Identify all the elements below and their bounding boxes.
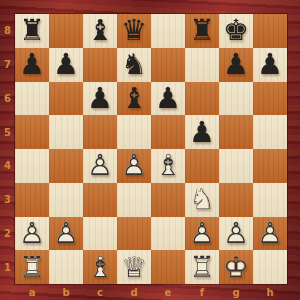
white-piece-outline: ♖ bbox=[15, 250, 49, 284]
square-b4[interactable] bbox=[49, 149, 83, 183]
square-b5[interactable] bbox=[49, 115, 83, 149]
piece-black-R-f8[interactable]: ♜ bbox=[185, 14, 219, 48]
square-h1[interactable] bbox=[253, 250, 287, 284]
square-a6[interactable] bbox=[15, 82, 49, 116]
white-piece-outline: ♙ bbox=[253, 217, 287, 251]
white-piece-outline: ♙ bbox=[185, 217, 219, 251]
square-f4[interactable] bbox=[185, 149, 219, 183]
square-b2[interactable]: ♟♙ bbox=[49, 217, 83, 251]
piece-black-P-f5[interactable]: ♟ bbox=[185, 115, 219, 149]
black-piece-glyph: ♟ bbox=[151, 82, 185, 116]
file-label-f: f bbox=[185, 284, 219, 300]
white-piece-outline: ♙ bbox=[219, 217, 253, 251]
square-b6[interactable] bbox=[49, 82, 83, 116]
square-f8[interactable]: ♜ bbox=[185, 14, 219, 48]
chess-diagram: 87654321 ♜♝♛♜♚♟♟♞♟♟♟♝♟♟♟♙♟♙♝♗♞♘♟♙♟♙♟♙♟♙♟… bbox=[0, 0, 300, 300]
rank-label-6: 6 bbox=[0, 82, 15, 116]
piece-black-N-d7[interactable]: ♞ bbox=[117, 48, 151, 82]
square-f5[interactable]: ♟ bbox=[185, 115, 219, 149]
piece-white-N-f3[interactable]: ♞♘ bbox=[185, 183, 219, 217]
square-d8[interactable]: ♛ bbox=[117, 14, 151, 48]
square-c2[interactable] bbox=[83, 217, 117, 251]
square-a1[interactable]: ♜♖ bbox=[15, 250, 49, 284]
rank-label-7: 7 bbox=[0, 48, 15, 82]
square-f1[interactable]: ♜♖ bbox=[185, 250, 219, 284]
square-g5[interactable] bbox=[219, 115, 253, 149]
piece-white-P-b2[interactable]: ♟♙ bbox=[49, 217, 83, 251]
square-e7[interactable] bbox=[151, 48, 185, 82]
file-label-g: g bbox=[219, 284, 253, 300]
square-c4[interactable]: ♟♙ bbox=[83, 149, 117, 183]
file-label-d: d bbox=[117, 284, 151, 300]
square-a3[interactable] bbox=[15, 183, 49, 217]
black-piece-glyph: ♚ bbox=[219, 14, 253, 48]
square-d4[interactable]: ♟♙ bbox=[117, 149, 151, 183]
square-c5[interactable] bbox=[83, 115, 117, 149]
piece-black-P-g7[interactable]: ♟ bbox=[219, 48, 253, 82]
piece-black-K-g8[interactable]: ♚ bbox=[219, 14, 253, 48]
white-piece-outline: ♖ bbox=[185, 250, 219, 284]
square-e4[interactable]: ♝♗ bbox=[151, 149, 185, 183]
square-a2[interactable]: ♟♙ bbox=[15, 217, 49, 251]
square-g2[interactable]: ♟♙ bbox=[219, 217, 253, 251]
black-piece-glyph: ♜ bbox=[15, 14, 49, 48]
piece-white-P-f2[interactable]: ♟♙ bbox=[185, 217, 219, 251]
square-c3[interactable] bbox=[83, 183, 117, 217]
square-c8[interactable]: ♝ bbox=[83, 14, 117, 48]
square-g3[interactable] bbox=[219, 183, 253, 217]
chess-board: ♜♝♛♜♚♟♟♞♟♟♟♝♟♟♟♙♟♙♝♗♞♘♟♙♟♙♟♙♟♙♟♙♜♖♝♗♛♕♜♖… bbox=[15, 14, 287, 284]
piece-black-Q-d8[interactable]: ♛ bbox=[117, 14, 151, 48]
black-piece-glyph: ♟ bbox=[253, 48, 287, 82]
square-h6[interactable] bbox=[253, 82, 287, 116]
rank-label-2: 2 bbox=[0, 217, 15, 251]
piece-white-B-c1[interactable]: ♝♗ bbox=[83, 250, 117, 284]
black-piece-glyph: ♛ bbox=[117, 14, 151, 48]
square-f3[interactable]: ♞♘ bbox=[185, 183, 219, 217]
white-piece-outline: ♗ bbox=[83, 250, 117, 284]
file-label-b: b bbox=[49, 284, 83, 300]
rank-label-3: 3 bbox=[0, 183, 15, 217]
black-piece-glyph: ♝ bbox=[83, 14, 117, 48]
white-piece-outline: ♘ bbox=[185, 183, 219, 217]
square-d5[interactable] bbox=[117, 115, 151, 149]
square-g4[interactable] bbox=[219, 149, 253, 183]
square-d3[interactable] bbox=[117, 183, 151, 217]
black-piece-glyph: ♞ bbox=[117, 48, 151, 82]
square-d7[interactable]: ♞ bbox=[117, 48, 151, 82]
square-e1[interactable] bbox=[151, 250, 185, 284]
black-piece-glyph: ♟ bbox=[15, 48, 49, 82]
file-label-h: h bbox=[253, 284, 287, 300]
rank-labels: 87654321 bbox=[0, 14, 15, 284]
piece-white-K-g1[interactable]: ♚♔ bbox=[219, 250, 253, 284]
white-piece-outline: ♔ bbox=[219, 250, 253, 284]
square-b7[interactable]: ♟ bbox=[49, 48, 83, 82]
rank-label-8: 8 bbox=[0, 14, 15, 48]
square-c1[interactable]: ♝♗ bbox=[83, 250, 117, 284]
rank-label-1: 1 bbox=[0, 250, 15, 284]
piece-white-P-h2[interactable]: ♟♙ bbox=[253, 217, 287, 251]
piece-black-P-b7[interactable]: ♟ bbox=[49, 48, 83, 82]
square-f2[interactable]: ♟♙ bbox=[185, 217, 219, 251]
square-h5[interactable] bbox=[253, 115, 287, 149]
square-e6[interactable]: ♟ bbox=[151, 82, 185, 116]
black-piece-glyph: ♟ bbox=[83, 82, 117, 116]
piece-white-Q-d1[interactable]: ♛♕ bbox=[117, 250, 151, 284]
piece-black-P-a7[interactable]: ♟ bbox=[15, 48, 49, 82]
square-b1[interactable] bbox=[49, 250, 83, 284]
piece-black-P-c6[interactable]: ♟ bbox=[83, 82, 117, 116]
square-g8[interactable]: ♚ bbox=[219, 14, 253, 48]
white-piece-outline: ♙ bbox=[49, 217, 83, 251]
file-labels: abcdefgh bbox=[15, 284, 287, 300]
piece-white-B-e4[interactable]: ♝♗ bbox=[151, 149, 185, 183]
square-e8[interactable] bbox=[151, 14, 185, 48]
piece-black-B-c8[interactable]: ♝ bbox=[83, 14, 117, 48]
piece-black-P-h7[interactable]: ♟ bbox=[253, 48, 287, 82]
square-b8[interactable] bbox=[49, 14, 83, 48]
square-f7[interactable] bbox=[185, 48, 219, 82]
piece-white-R-a1[interactable]: ♜♖ bbox=[15, 250, 49, 284]
black-piece-glyph: ♝ bbox=[117, 82, 151, 116]
square-g6[interactable] bbox=[219, 82, 253, 116]
square-a5[interactable] bbox=[15, 115, 49, 149]
piece-white-P-d4[interactable]: ♟♙ bbox=[117, 149, 151, 183]
black-piece-glyph: ♟ bbox=[185, 115, 219, 149]
piece-white-P-c4[interactable]: ♟♙ bbox=[83, 149, 117, 183]
square-g7[interactable]: ♟ bbox=[219, 48, 253, 82]
rank-label-4: 4 bbox=[0, 149, 15, 183]
rank-label-5: 5 bbox=[0, 115, 15, 149]
file-label-e: e bbox=[151, 284, 185, 300]
piece-black-P-e6[interactable]: ♟ bbox=[151, 82, 185, 116]
piece-white-P-g2[interactable]: ♟♙ bbox=[219, 217, 253, 251]
square-a4[interactable] bbox=[15, 149, 49, 183]
white-piece-outline: ♙ bbox=[83, 149, 117, 183]
square-e5[interactable] bbox=[151, 115, 185, 149]
black-piece-glyph: ♟ bbox=[49, 48, 83, 82]
white-piece-outline: ♙ bbox=[15, 217, 49, 251]
square-e2[interactable] bbox=[151, 217, 185, 251]
square-h2[interactable]: ♟♙ bbox=[253, 217, 287, 251]
piece-black-R-a8[interactable]: ♜ bbox=[15, 14, 49, 48]
square-b3[interactable] bbox=[49, 183, 83, 217]
square-h3[interactable] bbox=[253, 183, 287, 217]
square-h8[interactable] bbox=[253, 14, 287, 48]
piece-black-B-d6[interactable]: ♝ bbox=[117, 82, 151, 116]
square-d1[interactable]: ♛♕ bbox=[117, 250, 151, 284]
square-c6[interactable]: ♟ bbox=[83, 82, 117, 116]
black-piece-glyph: ♟ bbox=[219, 48, 253, 82]
square-c7[interactable] bbox=[83, 48, 117, 82]
piece-white-P-a2[interactable]: ♟♙ bbox=[15, 217, 49, 251]
square-a8[interactable]: ♜ bbox=[15, 14, 49, 48]
square-f6[interactable] bbox=[185, 82, 219, 116]
file-label-a: a bbox=[15, 284, 49, 300]
file-label-c: c bbox=[83, 284, 117, 300]
square-e3[interactable] bbox=[151, 183, 185, 217]
black-piece-glyph: ♜ bbox=[185, 14, 219, 48]
white-piece-outline: ♗ bbox=[151, 149, 185, 183]
piece-white-R-f1[interactable]: ♜♖ bbox=[185, 250, 219, 284]
white-piece-outline: ♕ bbox=[117, 250, 151, 284]
square-h7[interactable]: ♟ bbox=[253, 48, 287, 82]
square-h4[interactable] bbox=[253, 149, 287, 183]
square-d2[interactable] bbox=[117, 217, 151, 251]
square-a7[interactable]: ♟ bbox=[15, 48, 49, 82]
square-g1[interactable]: ♚♔ bbox=[219, 250, 253, 284]
white-piece-outline: ♙ bbox=[117, 149, 151, 183]
square-d6[interactable]: ♝ bbox=[117, 82, 151, 116]
